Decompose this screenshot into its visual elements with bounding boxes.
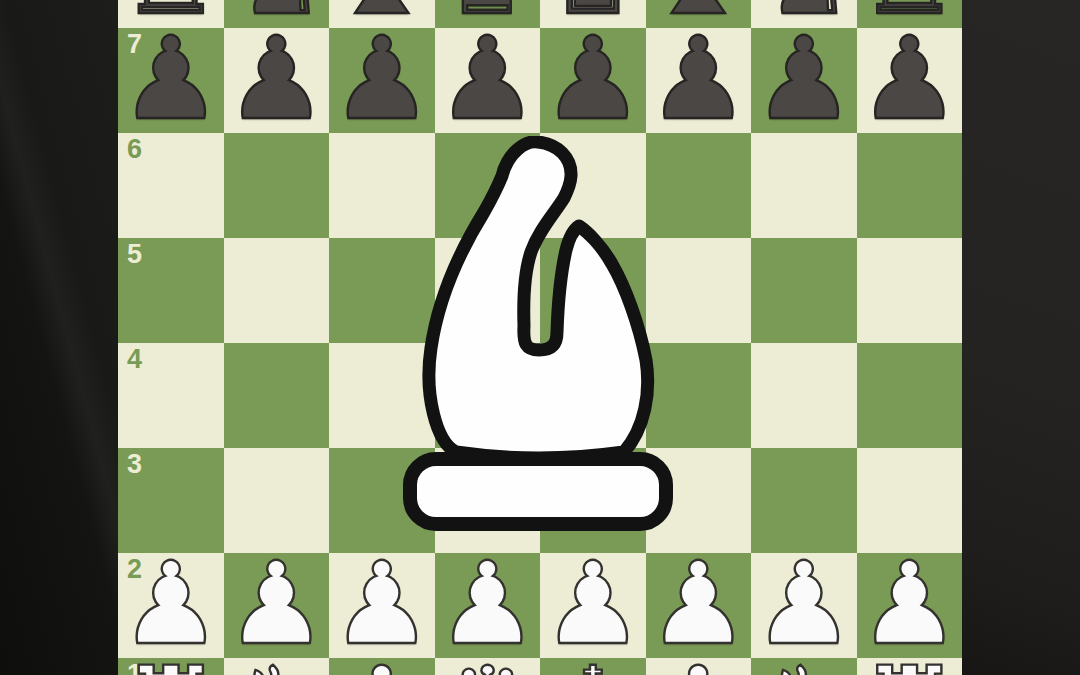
square-b7[interactable]: ♟ [224, 28, 330, 133]
white-rook-a1[interactable]: ♜ [118, 656, 224, 675]
square-g4[interactable] [751, 343, 857, 448]
square-c7[interactable]: ♟ [329, 28, 435, 133]
square-c6[interactable] [329, 133, 435, 238]
rank-label-6: 6 [127, 136, 142, 163]
black-pawn-e7[interactable]: ♟ [540, 26, 646, 131]
square-a4[interactable]: 4 [118, 343, 224, 448]
square-d4[interactable] [435, 343, 541, 448]
square-h5[interactable] [857, 238, 963, 343]
letterbox-left-panel [0, 0, 118, 675]
white-pawn-c2[interactable]: ♟ [329, 551, 435, 656]
square-a6[interactable]: 6 [118, 133, 224, 238]
square-f6[interactable] [646, 133, 752, 238]
rank-label-3: 3 [127, 451, 142, 478]
square-e1[interactable]: ♚ [540, 658, 646, 675]
square-d1[interactable]: ♛ [435, 658, 541, 675]
black-pawn-d7[interactable]: ♟ [435, 26, 541, 131]
square-h1[interactable]: ♜ [857, 658, 963, 675]
white-pawn-e2[interactable]: ♟ [540, 551, 646, 656]
black-pawn-g7[interactable]: ♟ [751, 26, 857, 131]
square-h4[interactable] [857, 343, 963, 448]
white-knight-b1[interactable]: ♞ [224, 656, 330, 675]
square-e5[interactable] [540, 238, 646, 343]
square-b1[interactable]: ♞ [224, 658, 330, 675]
white-bishop-f1[interactable]: ♝ [646, 656, 752, 675]
square-c4[interactable] [329, 343, 435, 448]
square-c1[interactable]: ♝ [329, 658, 435, 675]
black-pawn-b7[interactable]: ♟ [224, 26, 330, 131]
white-pawn-b2[interactable]: ♟ [224, 551, 330, 656]
white-knight-g1[interactable]: ♞ [751, 656, 857, 675]
square-f7[interactable]: ♟ [646, 28, 752, 133]
rank-label-5: 5 [127, 241, 142, 268]
square-a5[interactable]: 5 [118, 238, 224, 343]
black-pawn-a7[interactable]: ♟ [118, 26, 224, 131]
square-d6[interactable] [435, 133, 541, 238]
white-rook-h1[interactable]: ♜ [857, 656, 963, 675]
square-g5[interactable] [751, 238, 857, 343]
square-b5[interactable] [224, 238, 330, 343]
square-f4[interactable] [646, 343, 752, 448]
square-e6[interactable] [540, 133, 646, 238]
square-a1[interactable]: 1♜ [118, 658, 224, 675]
black-pawn-h7[interactable]: ♟ [857, 26, 963, 131]
square-b4[interactable] [224, 343, 330, 448]
white-pawn-f2[interactable]: ♟ [646, 551, 752, 656]
square-g1[interactable]: ♞ [751, 658, 857, 675]
square-h6[interactable] [857, 133, 963, 238]
square-h7[interactable]: ♟ [857, 28, 963, 133]
white-pawn-h2[interactable]: ♟ [857, 551, 963, 656]
square-e7[interactable]: ♟ [540, 28, 646, 133]
white-bishop-c1[interactable]: ♝ [329, 656, 435, 675]
white-king-e1[interactable]: ♚ [540, 656, 646, 675]
white-pawn-a2[interactable]: ♟ [118, 551, 224, 656]
white-queen-d1[interactable]: ♛ [435, 656, 541, 675]
white-pawn-d2[interactable]: ♟ [435, 551, 541, 656]
square-f1[interactable]: ♝ [646, 658, 752, 675]
letterbox-right-panel [962, 0, 1080, 675]
square-c5[interactable] [329, 238, 435, 343]
square-b6[interactable] [224, 133, 330, 238]
board-viewport: ♜♞♝♛♚♝♞♜7♟♟♟♟♟♟♟♟65432♟♟♟♟♟♟♟♟1♜♞♝♛♚♝♞♜ [118, 0, 962, 675]
video-frame: ♜♞♝♛♚♝♞♜7♟♟♟♟♟♟♟♟65432♟♟♟♟♟♟♟♟1♜♞♝♛♚♝♞♜ [0, 0, 1080, 675]
square-a7[interactable]: 7♟ [118, 28, 224, 133]
black-pawn-c7[interactable]: ♟ [329, 26, 435, 131]
white-pawn-g2[interactable]: ♟ [751, 551, 857, 656]
rank-label-4: 4 [127, 346, 142, 373]
chess-board[interactable]: ♜♞♝♛♚♝♞♜7♟♟♟♟♟♟♟♟65432♟♟♟♟♟♟♟♟1♜♞♝♛♚♝♞♜ [118, 0, 962, 675]
square-d5[interactable] [435, 238, 541, 343]
square-g7[interactable]: ♟ [751, 28, 857, 133]
square-f5[interactable] [646, 238, 752, 343]
black-pawn-f7[interactable]: ♟ [646, 26, 752, 131]
square-d7[interactable]: ♟ [435, 28, 541, 133]
square-g6[interactable] [751, 133, 857, 238]
square-e4[interactable] [540, 343, 646, 448]
